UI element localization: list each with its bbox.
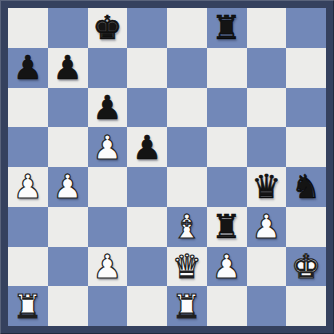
square-g8[interactable] xyxy=(247,8,287,48)
square-e4[interactable] xyxy=(167,167,207,207)
square-a5[interactable] xyxy=(8,127,48,167)
square-c1[interactable] xyxy=(88,286,128,326)
square-g6[interactable] xyxy=(247,88,287,128)
square-h3[interactable] xyxy=(286,207,326,247)
square-f3[interactable]: ♜ xyxy=(207,207,247,247)
square-h5[interactable] xyxy=(286,127,326,167)
square-c4[interactable] xyxy=(88,167,128,207)
square-b5[interactable] xyxy=(48,127,88,167)
white-rook: ♜ xyxy=(172,290,202,323)
square-d6[interactable] xyxy=(127,88,167,128)
square-h1[interactable] xyxy=(286,286,326,326)
square-a2[interactable] xyxy=(8,247,48,287)
square-a1[interactable]: ♜ xyxy=(8,286,48,326)
square-a3[interactable] xyxy=(8,207,48,247)
black-pawn: ♟ xyxy=(53,51,83,84)
square-g7[interactable] xyxy=(247,48,287,88)
square-h8[interactable] xyxy=(286,8,326,48)
square-b4[interactable]: ♟ xyxy=(48,167,88,207)
square-b3[interactable] xyxy=(48,207,88,247)
square-f7[interactable] xyxy=(207,48,247,88)
square-e1[interactable]: ♜ xyxy=(167,286,207,326)
square-f6[interactable] xyxy=(207,88,247,128)
square-g5[interactable] xyxy=(247,127,287,167)
square-f5[interactable] xyxy=(207,127,247,167)
square-c8[interactable]: ♚ xyxy=(88,8,128,48)
black-rook: ♜ xyxy=(212,11,242,44)
square-e7[interactable] xyxy=(167,48,207,88)
square-a6[interactable] xyxy=(8,88,48,128)
board-frame: ♚♜♟♟♟♟♟♟♟♛♞♝♜♟♟♛♟♚♜♜ xyxy=(0,0,334,334)
square-c5[interactable]: ♟ xyxy=(88,127,128,167)
square-d5[interactable]: ♟ xyxy=(127,127,167,167)
square-h7[interactable] xyxy=(286,48,326,88)
white-pawn: ♟ xyxy=(93,131,123,164)
square-f4[interactable] xyxy=(207,167,247,207)
square-a7[interactable]: ♟ xyxy=(8,48,48,88)
square-h2[interactable]: ♚ xyxy=(286,247,326,287)
square-a8[interactable] xyxy=(8,8,48,48)
white-pawn: ♟ xyxy=(53,170,83,203)
square-d3[interactable] xyxy=(127,207,167,247)
square-e3[interactable]: ♝ xyxy=(167,207,207,247)
square-b8[interactable] xyxy=(48,8,88,48)
square-a4[interactable]: ♟ xyxy=(8,167,48,207)
square-h6[interactable] xyxy=(286,88,326,128)
black-rook: ♜ xyxy=(212,210,242,243)
square-e6[interactable] xyxy=(167,88,207,128)
black-knight: ♞ xyxy=(291,170,321,203)
square-d4[interactable] xyxy=(127,167,167,207)
white-rook: ♜ xyxy=(13,290,43,323)
square-e5[interactable] xyxy=(167,127,207,167)
square-d7[interactable] xyxy=(127,48,167,88)
white-queen: ♛ xyxy=(172,250,202,283)
white-pawn: ♟ xyxy=(93,250,123,283)
square-g4[interactable]: ♛ xyxy=(247,167,287,207)
black-king: ♚ xyxy=(93,11,123,44)
square-f8[interactable]: ♜ xyxy=(207,8,247,48)
black-queen: ♛ xyxy=(252,170,282,203)
square-f2[interactable]: ♟ xyxy=(207,247,247,287)
square-c3[interactable] xyxy=(88,207,128,247)
chess-board: ♚♜♟♟♟♟♟♟♟♛♞♝♜♟♟♛♟♚♜♜ xyxy=(8,8,326,326)
square-b2[interactable] xyxy=(48,247,88,287)
white-pawn: ♟ xyxy=(252,210,282,243)
square-c7[interactable] xyxy=(88,48,128,88)
white-king: ♚ xyxy=(291,250,321,283)
square-d2[interactable] xyxy=(127,247,167,287)
square-f1[interactable] xyxy=(207,286,247,326)
square-g2[interactable] xyxy=(247,247,287,287)
square-d1[interactable] xyxy=(127,286,167,326)
white-pawn: ♟ xyxy=(212,250,242,283)
black-pawn: ♟ xyxy=(132,131,162,164)
white-bishop: ♝ xyxy=(172,210,202,243)
square-g1[interactable] xyxy=(247,286,287,326)
square-e8[interactable] xyxy=(167,8,207,48)
black-pawn: ♟ xyxy=(13,51,43,84)
square-d8[interactable] xyxy=(127,8,167,48)
square-b7[interactable]: ♟ xyxy=(48,48,88,88)
black-pawn: ♟ xyxy=(93,91,123,124)
square-c2[interactable]: ♟ xyxy=(88,247,128,287)
square-g3[interactable]: ♟ xyxy=(247,207,287,247)
square-c6[interactable]: ♟ xyxy=(88,88,128,128)
square-e2[interactable]: ♛ xyxy=(167,247,207,287)
white-pawn: ♟ xyxy=(13,170,43,203)
square-b1[interactable] xyxy=(48,286,88,326)
square-h4[interactable]: ♞ xyxy=(286,167,326,207)
square-b6[interactable] xyxy=(48,88,88,128)
